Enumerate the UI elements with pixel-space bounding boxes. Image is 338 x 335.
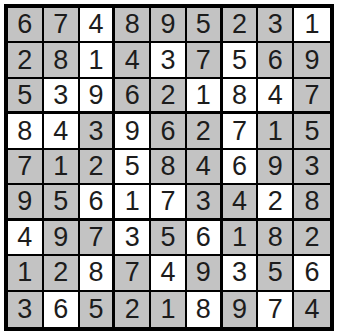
cell-r5c7[interactable]: 6: [223, 150, 259, 185]
cell-r2c5[interactable]: 3: [151, 43, 187, 78]
cell-r5c5[interactable]: 8: [151, 150, 187, 185]
cell-r5c1[interactable]: 7: [8, 150, 44, 185]
cell-r2c4[interactable]: 4: [115, 43, 151, 78]
cell-r6c1[interactable]: 9: [8, 185, 44, 220]
cell-r1c1[interactable]: 6: [8, 8, 44, 43]
cell-r9c1[interactable]: 3: [8, 292, 44, 327]
cell-r3c1[interactable]: 5: [8, 79, 44, 114]
cell-r2c1[interactable]: 2: [8, 43, 44, 78]
cell-r2c9[interactable]: 9: [294, 43, 330, 78]
cell-r4c1[interactable]: 8: [8, 114, 44, 149]
cell-r8c5[interactable]: 4: [151, 256, 187, 291]
cell-r3c5[interactable]: 2: [151, 79, 187, 114]
cell-r9c8[interactable]: 7: [258, 292, 294, 327]
cell-r5c4[interactable]: 5: [115, 150, 151, 185]
cell-r6c6[interactable]: 3: [187, 185, 223, 220]
cell-r5c2[interactable]: 1: [44, 150, 80, 185]
cell-r7c5[interactable]: 5: [151, 221, 187, 256]
cell-r9c7[interactable]: 9: [223, 292, 259, 327]
cell-r4c2[interactable]: 4: [44, 114, 80, 149]
cell-r9c3[interactable]: 5: [80, 292, 116, 327]
cell-r6c7[interactable]: 4: [223, 185, 259, 220]
cell-r2c6[interactable]: 7: [187, 43, 223, 78]
cell-r3c8[interactable]: 4: [258, 79, 294, 114]
cell-r1c8[interactable]: 3: [258, 8, 294, 43]
cell-r8c3[interactable]: 8: [80, 256, 116, 291]
cell-r3c3[interactable]: 9: [80, 79, 116, 114]
cell-r2c8[interactable]: 6: [258, 43, 294, 78]
cell-r4c9[interactable]: 5: [294, 114, 330, 149]
sudoku-board: 6748952312814375695396218478439627157125…: [4, 4, 334, 331]
sudoku-page: 6748952312814375695396218478439627157125…: [0, 0, 338, 335]
cell-r6c5[interactable]: 7: [151, 185, 187, 220]
cell-r7c6[interactable]: 6: [187, 221, 223, 256]
cell-r3c7[interactable]: 8: [223, 79, 259, 114]
cell-r3c6[interactable]: 1: [187, 79, 223, 114]
cell-r7c8[interactable]: 8: [258, 221, 294, 256]
cell-r9c9[interactable]: 4: [294, 292, 330, 327]
cell-r1c9[interactable]: 1: [294, 8, 330, 43]
cell-r1c3[interactable]: 4: [80, 8, 116, 43]
cell-r5c8[interactable]: 9: [258, 150, 294, 185]
cell-r9c4[interactable]: 2: [115, 292, 151, 327]
cell-r7c7[interactable]: 1: [223, 221, 259, 256]
cell-r8c9[interactable]: 6: [294, 256, 330, 291]
cell-r8c4[interactable]: 7: [115, 256, 151, 291]
cell-r1c2[interactable]: 7: [44, 8, 80, 43]
cell-r5c6[interactable]: 4: [187, 150, 223, 185]
cell-r7c4[interactable]: 3: [115, 221, 151, 256]
cell-r6c9[interactable]: 8: [294, 185, 330, 220]
cell-r5c3[interactable]: 2: [80, 150, 116, 185]
cell-r9c2[interactable]: 6: [44, 292, 80, 327]
cell-r6c3[interactable]: 6: [80, 185, 116, 220]
cell-r4c4[interactable]: 9: [115, 114, 151, 149]
cell-r8c7[interactable]: 3: [223, 256, 259, 291]
cell-r2c3[interactable]: 1: [80, 43, 116, 78]
cell-r9c6[interactable]: 8: [187, 292, 223, 327]
cell-r8c8[interactable]: 5: [258, 256, 294, 291]
cell-r6c8[interactable]: 2: [258, 185, 294, 220]
cell-r4c3[interactable]: 3: [80, 114, 116, 149]
cell-r1c6[interactable]: 5: [187, 8, 223, 43]
cell-r9c5[interactable]: 1: [151, 292, 187, 327]
cell-r1c5[interactable]: 9: [151, 8, 187, 43]
cell-r2c7[interactable]: 5: [223, 43, 259, 78]
cell-r8c6[interactable]: 9: [187, 256, 223, 291]
cell-r4c6[interactable]: 2: [187, 114, 223, 149]
cell-r3c4[interactable]: 6: [115, 79, 151, 114]
cell-r7c9[interactable]: 2: [294, 221, 330, 256]
cell-r7c2[interactable]: 9: [44, 221, 80, 256]
cell-r3c2[interactable]: 3: [44, 79, 80, 114]
cell-r1c4[interactable]: 8: [115, 8, 151, 43]
cell-r7c1[interactable]: 4: [8, 221, 44, 256]
cell-r8c1[interactable]: 1: [8, 256, 44, 291]
cell-r1c7[interactable]: 2: [223, 8, 259, 43]
cell-r8c2[interactable]: 2: [44, 256, 80, 291]
cell-r4c7[interactable]: 7: [223, 114, 259, 149]
cell-r4c8[interactable]: 1: [258, 114, 294, 149]
cell-r2c2[interactable]: 8: [44, 43, 80, 78]
cell-r7c3[interactable]: 7: [80, 221, 116, 256]
cell-r6c4[interactable]: 1: [115, 185, 151, 220]
cell-r5c9[interactable]: 3: [294, 150, 330, 185]
cell-r6c2[interactable]: 5: [44, 185, 80, 220]
cell-r3c9[interactable]: 7: [294, 79, 330, 114]
cell-r4c5[interactable]: 6: [151, 114, 187, 149]
